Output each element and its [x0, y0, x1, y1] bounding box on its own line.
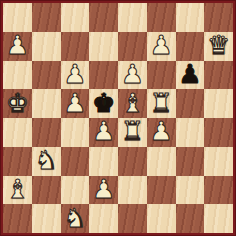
piece-white-pawn[interactable]: ♟ — [149, 118, 172, 144]
piece-black-king[interactable]: ♚ — [92, 90, 115, 116]
piece-white-knight[interactable]: ♞ — [63, 205, 86, 231]
square-e1[interactable] — [118, 204, 147, 233]
square-b4[interactable] — [32, 118, 61, 147]
square-h1[interactable] — [204, 204, 233, 233]
square-g4[interactable] — [176, 118, 205, 147]
square-g7[interactable] — [176, 32, 205, 61]
piece-white-knight[interactable]: ♞ — [34, 147, 57, 173]
piece-white-bishop[interactable]: ♝ — [121, 90, 144, 116]
square-d3[interactable] — [89, 147, 118, 176]
square-h2[interactable] — [204, 176, 233, 205]
square-g8[interactable] — [176, 3, 205, 32]
square-a7[interactable]: ♟ — [3, 32, 32, 61]
piece-white-pawn[interactable]: ♟ — [6, 32, 29, 58]
piece-white-king[interactable]: ♚ — [6, 90, 29, 116]
piece-white-pawn[interactable]: ♟ — [92, 176, 115, 202]
square-d1[interactable] — [89, 204, 118, 233]
square-g6[interactable]: ♟ — [176, 61, 205, 90]
square-f4[interactable]: ♟ — [147, 118, 176, 147]
square-b5[interactable] — [32, 89, 61, 118]
piece-black-pawn[interactable]: ♟ — [178, 61, 201, 87]
square-h8[interactable] — [204, 3, 233, 32]
square-e7[interactable] — [118, 32, 147, 61]
piece-white-pawn[interactable]: ♟ — [92, 118, 115, 144]
piece-white-rook[interactable]: ♜ — [149, 90, 172, 116]
square-d5[interactable]: ♚ — [89, 89, 118, 118]
square-c1[interactable]: ♞ — [61, 204, 90, 233]
board-border: ♟♟♛♟♟♟♚♟♚♝♜♟♜♟♞♝♟♞ — [0, 0, 236, 236]
square-a1[interactable] — [3, 204, 32, 233]
square-d2[interactable]: ♟ — [89, 176, 118, 205]
square-h6[interactable] — [204, 61, 233, 90]
square-c8[interactable] — [61, 3, 90, 32]
square-f7[interactable]: ♟ — [147, 32, 176, 61]
square-c3[interactable] — [61, 147, 90, 176]
square-f1[interactable] — [147, 204, 176, 233]
square-a8[interactable] — [3, 3, 32, 32]
square-c6[interactable]: ♟ — [61, 61, 90, 90]
piece-white-pawn[interactable]: ♟ — [149, 32, 172, 58]
square-h7[interactable]: ♛ — [204, 32, 233, 61]
square-a2[interactable]: ♝ — [3, 176, 32, 205]
square-a3[interactable] — [3, 147, 32, 176]
square-a5[interactable]: ♚ — [3, 89, 32, 118]
square-c2[interactable] — [61, 176, 90, 205]
square-e8[interactable] — [118, 3, 147, 32]
square-g3[interactable] — [176, 147, 205, 176]
piece-white-pawn[interactable]: ♟ — [121, 61, 144, 87]
square-b8[interactable] — [32, 3, 61, 32]
square-e3[interactable] — [118, 147, 147, 176]
square-g2[interactable] — [176, 176, 205, 205]
square-c7[interactable] — [61, 32, 90, 61]
square-b7[interactable] — [32, 32, 61, 61]
square-a6[interactable] — [3, 61, 32, 90]
square-b2[interactable] — [32, 176, 61, 205]
square-f6[interactable] — [147, 61, 176, 90]
piece-white-rook[interactable]: ♜ — [121, 118, 144, 144]
square-h3[interactable] — [204, 147, 233, 176]
square-d8[interactable] — [89, 3, 118, 32]
square-c4[interactable] — [61, 118, 90, 147]
square-b1[interactable] — [32, 204, 61, 233]
chess-board: ♟♟♛♟♟♟♚♟♚♝♜♟♜♟♞♝♟♞ — [3, 3, 233, 233]
square-f2[interactable] — [147, 176, 176, 205]
square-d4[interactable]: ♟ — [89, 118, 118, 147]
square-e5[interactable]: ♝ — [118, 89, 147, 118]
square-f5[interactable]: ♜ — [147, 89, 176, 118]
square-b3[interactable]: ♞ — [32, 147, 61, 176]
square-b6[interactable] — [32, 61, 61, 90]
square-g5[interactable] — [176, 89, 205, 118]
square-e2[interactable] — [118, 176, 147, 205]
square-a4[interactable] — [3, 118, 32, 147]
square-f8[interactable] — [147, 3, 176, 32]
square-e6[interactable]: ♟ — [118, 61, 147, 90]
square-d7[interactable] — [89, 32, 118, 61]
piece-white-bishop[interactable]: ♝ — [6, 176, 29, 202]
square-h4[interactable] — [204, 118, 233, 147]
square-g1[interactable] — [176, 204, 205, 233]
square-f3[interactable] — [147, 147, 176, 176]
piece-white-queen[interactable]: ♛ — [207, 32, 230, 58]
piece-white-pawn[interactable]: ♟ — [63, 61, 86, 87]
square-c5[interactable]: ♟ — [61, 89, 90, 118]
piece-white-pawn[interactable]: ♟ — [63, 90, 86, 116]
square-e4[interactable]: ♜ — [118, 118, 147, 147]
square-h5[interactable] — [204, 89, 233, 118]
square-d6[interactable] — [89, 61, 118, 90]
